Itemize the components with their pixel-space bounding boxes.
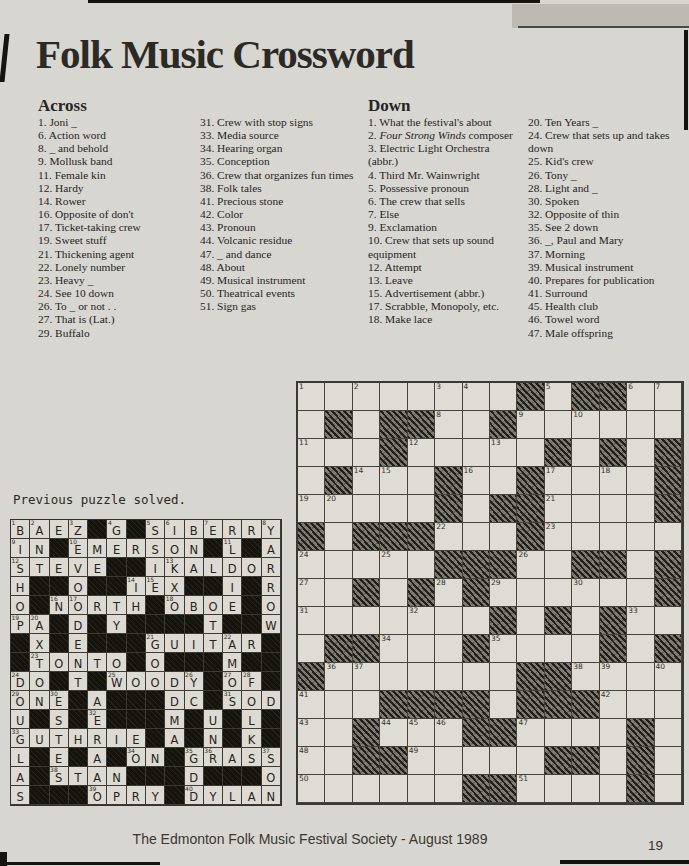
- grid-cell[interactable]: 14: [353, 467, 380, 495]
- grid-cell[interactable]: [490, 747, 517, 775]
- grid-cell[interactable]: [325, 523, 352, 551]
- grid-cell: D: [185, 767, 204, 786]
- grid-cell[interactable]: 32: [408, 607, 435, 635]
- grid-cell[interactable]: 31: [298, 607, 325, 635]
- grid-cell[interactable]: 12: [408, 439, 435, 467]
- grid-cell[interactable]: 49: [408, 747, 435, 775]
- cell-letter: K: [248, 734, 256, 747]
- black-cell: [655, 439, 682, 467]
- cell-letter: N: [35, 544, 44, 557]
- black-cell: [50, 539, 69, 558]
- grid-cell[interactable]: 10: [572, 411, 599, 439]
- grid-cell[interactable]: 43: [298, 719, 325, 747]
- grid-cell[interactable]: [380, 607, 407, 635]
- grid-cell: 6I: [165, 520, 184, 539]
- grid-cell[interactable]: [353, 495, 380, 523]
- grid-cell[interactable]: [298, 411, 325, 439]
- grid-cell[interactable]: [490, 691, 517, 719]
- black-cell: [490, 607, 517, 635]
- grid-cell: E: [107, 539, 126, 558]
- grid-cell: P: [107, 786, 126, 805]
- grid-cell: 12S: [11, 558, 30, 577]
- grid-cell[interactable]: 41: [298, 691, 325, 719]
- grid-cell[interactable]: 11: [298, 439, 325, 467]
- grid-cell[interactable]: [325, 691, 352, 719]
- cell-letter: O: [151, 658, 160, 671]
- grid-cell[interactable]: 44: [380, 719, 407, 747]
- grid-cell: 39O: [88, 786, 107, 805]
- black-cell: [435, 691, 462, 719]
- cell-letter: O: [73, 582, 82, 595]
- black-cell: [517, 663, 544, 691]
- cell-number: 46: [436, 719, 446, 727]
- grid-cell[interactable]: 34: [380, 635, 407, 663]
- grid-cell: T: [69, 672, 88, 691]
- grid-cell[interactable]: [325, 607, 352, 635]
- grid-cell[interactable]: [408, 495, 435, 523]
- black-cell: [165, 653, 184, 672]
- cell-letter: N: [35, 696, 44, 709]
- cell-number: 21: [147, 634, 155, 640]
- grid-cell[interactable]: 51: [517, 775, 544, 803]
- cell-letter: A: [190, 563, 198, 576]
- grid-cell[interactable]: [325, 439, 352, 467]
- grid-cell[interactable]: [572, 775, 599, 803]
- grid-cell[interactable]: [545, 551, 572, 579]
- grid-cell[interactable]: [325, 775, 352, 803]
- grid-cell[interactable]: [380, 663, 407, 691]
- grid-cell[interactable]: [435, 635, 462, 663]
- grid-cell[interactable]: 42: [600, 691, 627, 719]
- grid-cell[interactable]: [545, 719, 572, 747]
- cell-number: 36: [326, 663, 336, 671]
- grid-cell[interactable]: [298, 635, 325, 663]
- grid-cell[interactable]: [490, 663, 517, 691]
- grid-cell[interactable]: [408, 551, 435, 579]
- grid-cell[interactable]: [572, 719, 599, 747]
- grid-cell: N: [69, 653, 88, 672]
- grid-cell[interactable]: [600, 523, 627, 551]
- black-cell: [262, 672, 281, 691]
- grid-cell: O: [242, 691, 261, 710]
- cell-letter: D: [189, 791, 198, 804]
- grid-cell[interactable]: [380, 495, 407, 523]
- clue-item: 11. Female kin: [38, 169, 196, 182]
- grid-cell[interactable]: 24: [298, 551, 325, 579]
- grid-cell[interactable]: [545, 635, 572, 663]
- grid-cell[interactable]: [325, 747, 352, 775]
- grid-cell: T: [69, 767, 88, 786]
- cell-letter: S: [229, 696, 236, 709]
- grid-cell[interactable]: [325, 551, 352, 579]
- grid-cell[interactable]: 46: [435, 719, 462, 747]
- grid-cell: 26Y: [185, 672, 204, 691]
- cell-letter: G: [16, 734, 25, 747]
- black-cell: [517, 495, 544, 523]
- grid-cell[interactable]: [572, 607, 599, 635]
- clue-item: 29. Buffalo: [38, 327, 196, 340]
- grid-cell[interactable]: 1: [298, 383, 325, 411]
- grid-cell[interactable]: [517, 439, 544, 467]
- grid-cell[interactable]: [627, 439, 654, 467]
- down-clues-column-2: 20. Ten Years _24. Crew that sets up and…: [528, 116, 684, 340]
- grid-cell[interactable]: [380, 579, 407, 607]
- grid-cell[interactable]: 6: [627, 383, 654, 411]
- grid-cell[interactable]: [380, 775, 407, 803]
- black-cell: [223, 767, 242, 786]
- grid-cell[interactable]: [463, 607, 490, 635]
- grid-cell[interactable]: [353, 439, 380, 467]
- grid-cell[interactable]: [490, 523, 517, 551]
- clue-item: 43. Pronoun: [200, 221, 362, 234]
- cell-number: 19: [12, 615, 20, 621]
- black-cell: [380, 411, 407, 439]
- grid-cell[interactable]: [435, 439, 462, 467]
- cell-letter: O: [16, 601, 25, 614]
- grid-cell[interactable]: 36: [325, 663, 352, 691]
- clue-item: 9. Exclamation: [368, 221, 520, 234]
- black-cell: [353, 523, 380, 551]
- grid-cell[interactable]: [325, 719, 352, 747]
- grid-cell[interactable]: 19: [298, 495, 325, 523]
- grid-cell: R: [262, 577, 281, 596]
- clue-item: 28. Light and _: [528, 182, 684, 195]
- grid-cell[interactable]: [463, 439, 490, 467]
- grid-cell[interactable]: 15: [380, 467, 407, 495]
- grid-cell: H: [127, 596, 146, 615]
- grid-cell[interactable]: [435, 607, 462, 635]
- grid-cell: R: [127, 786, 146, 805]
- grid-cell[interactable]: 9: [517, 411, 544, 439]
- clue-item: 48. About: [200, 261, 362, 274]
- black-cell: [88, 577, 107, 596]
- grid-cell[interactable]: [655, 523, 682, 551]
- grid-cell[interactable]: [600, 495, 627, 523]
- grid-cell[interactable]: [408, 467, 435, 495]
- cell-letter: A: [35, 620, 43, 633]
- grid-cell[interactable]: 38: [572, 663, 599, 691]
- black-cell: [242, 653, 261, 672]
- grid-cell: 32E: [88, 710, 107, 729]
- black-cell: [353, 579, 380, 607]
- grid-cell[interactable]: 29: [490, 579, 517, 607]
- cell-letter: E: [209, 525, 216, 538]
- cell-letter: E: [94, 715, 101, 728]
- cell-letter: G: [112, 525, 121, 538]
- clue-item: 1. What the festival's about: [368, 116, 520, 129]
- grid-cell[interactable]: [627, 691, 654, 719]
- grid-cell[interactable]: 5: [545, 383, 572, 411]
- grid-cell[interactable]: [655, 607, 682, 635]
- grid-cell[interactable]: [627, 523, 654, 551]
- black-cell: [30, 596, 49, 615]
- grid-cell[interactable]: [380, 383, 407, 411]
- black-cell: [223, 729, 242, 748]
- grid-cell: X: [165, 577, 184, 596]
- cell-letter: L: [210, 563, 216, 576]
- cell-letter: Y: [267, 525, 274, 538]
- cell-letter: R: [132, 791, 140, 804]
- grid-cell: O: [146, 672, 165, 691]
- grid-cell[interactable]: 7: [655, 383, 682, 411]
- grid-cell[interactable]: [655, 775, 682, 803]
- grid-cell: R: [242, 520, 261, 539]
- grid-cell[interactable]: 47: [517, 719, 544, 747]
- cell-letter: I: [192, 639, 195, 652]
- grid-cell[interactable]: 26: [517, 551, 544, 579]
- grid-cell[interactable]: 40: [655, 663, 682, 691]
- grid-cell[interactable]: [600, 411, 627, 439]
- cell-letter: R: [248, 525, 256, 538]
- grid-cell[interactable]: [600, 775, 627, 803]
- clue-item: 36. _, Paul and Mary: [528, 234, 684, 247]
- cell-number: 45: [409, 719, 419, 727]
- black-cell: [325, 411, 352, 439]
- black-cell: [127, 634, 146, 653]
- grid-cell: E: [69, 634, 88, 653]
- grid-cell[interactable]: [353, 607, 380, 635]
- black-cell: [107, 577, 126, 596]
- grid-cell[interactable]: [517, 747, 544, 775]
- clue-item: 44. Volcanic residue: [200, 234, 362, 247]
- cell-number: 18: [601, 467, 611, 475]
- grid-cell[interactable]: 3: [435, 383, 462, 411]
- grid-cell[interactable]: 20: [325, 495, 352, 523]
- grid-cell[interactable]: 37: [353, 663, 380, 691]
- grid-cell[interactable]: [408, 775, 435, 803]
- grid-cell: 16N: [50, 596, 69, 615]
- grid-cell: S: [242, 748, 261, 767]
- clue-item: 50. Theatrical events: [200, 287, 362, 300]
- grid-cell[interactable]: 48: [298, 747, 325, 775]
- grid-cell[interactable]: [325, 579, 352, 607]
- grid-cell[interactable]: [325, 383, 352, 411]
- grid-cell: A: [88, 748, 107, 767]
- grid-cell[interactable]: 4: [463, 383, 490, 411]
- cell-letter: R: [248, 639, 256, 652]
- grid-cell: R: [88, 729, 107, 748]
- cell-letter: O: [266, 601, 275, 614]
- grid-cell[interactable]: [627, 663, 654, 691]
- grid-cell[interactable]: [490, 467, 517, 495]
- grid-cell[interactable]: [408, 635, 435, 663]
- grid-cell: 13K: [165, 558, 184, 577]
- grid-cell[interactable]: [572, 523, 599, 551]
- grid-cell[interactable]: 33: [627, 607, 654, 635]
- grid-cell[interactable]: [463, 663, 490, 691]
- cell-letter: E: [55, 525, 62, 538]
- grid-cell[interactable]: [627, 579, 654, 607]
- grid-cell: D: [262, 691, 281, 710]
- grid-cell[interactable]: [408, 383, 435, 411]
- black-cell: [50, 786, 69, 805]
- grid-cell[interactable]: [435, 775, 462, 803]
- cell-letter: O: [35, 677, 44, 690]
- grid-cell: A: [88, 691, 107, 710]
- black-cell: [435, 467, 462, 495]
- black-cell: [600, 635, 627, 663]
- black-cell: [435, 551, 462, 579]
- grid-cell[interactable]: [627, 635, 654, 663]
- grid-cell: 22A: [223, 634, 242, 653]
- cell-letter: H: [74, 734, 83, 747]
- grid-cell[interactable]: 13: [490, 439, 517, 467]
- clue-item: 27. That is (Lat.): [38, 313, 196, 326]
- grid-cell[interactable]: [517, 607, 544, 635]
- grid-cell[interactable]: [463, 411, 490, 439]
- cell-number: 11: [224, 539, 232, 545]
- cell-letter: T: [209, 639, 216, 652]
- cell-letter: S: [267, 753, 274, 766]
- grid-cell[interactable]: 2: [353, 383, 380, 411]
- cell-number: 35: [491, 635, 501, 643]
- black-cell: [11, 634, 30, 653]
- cell-number: 12: [409, 439, 419, 447]
- grid-cell[interactable]: [353, 411, 380, 439]
- cell-letter: E: [113, 544, 120, 557]
- previous-puzzle-label: Previous puzzle solved.: [13, 492, 186, 507]
- cell-letter: N: [151, 753, 160, 766]
- cell-letter: L: [229, 544, 235, 557]
- clue-item: 25. Kid's crew: [528, 155, 684, 168]
- cell-letter: V: [74, 563, 82, 576]
- grid-cell[interactable]: 18: [600, 467, 627, 495]
- grid-cell[interactable]: [627, 551, 654, 579]
- grid-cell[interactable]: [298, 467, 325, 495]
- grid-cell[interactable]: 23: [545, 523, 572, 551]
- cell-letter: G: [151, 639, 160, 652]
- grid-cell[interactable]: [572, 635, 599, 663]
- grid-cell[interactable]: [353, 551, 380, 579]
- grid-cell[interactable]: [627, 411, 654, 439]
- cell-letter: T: [94, 658, 101, 671]
- cell-letter: U: [16, 715, 24, 728]
- grid-cell[interactable]: 28: [435, 579, 462, 607]
- grid-cell[interactable]: 27: [298, 579, 325, 607]
- cell-number: 4: [108, 520, 112, 526]
- cell-number: 23: [546, 523, 556, 531]
- grid-cell[interactable]: [600, 719, 627, 747]
- grid-cell: E: [50, 520, 69, 539]
- cell-number: 9: [12, 539, 16, 545]
- cell-number: 10: [573, 411, 583, 419]
- cell-number: 28: [243, 672, 251, 678]
- grid-cell[interactable]: [463, 523, 490, 551]
- grid-cell[interactable]: 17: [545, 467, 572, 495]
- cell-number: 51: [518, 775, 528, 783]
- grid-cell[interactable]: 30: [572, 579, 599, 607]
- grid-cell[interactable]: [545, 775, 572, 803]
- clue-item: 41. Surround: [528, 287, 684, 300]
- grid-cell[interactable]: 50: [298, 775, 325, 803]
- cell-letter: E: [55, 563, 62, 576]
- photocopy-top-right-line: [518, 26, 689, 28]
- cell-letter: X: [35, 639, 43, 652]
- grid-cell[interactable]: [463, 747, 490, 775]
- grid-cell[interactable]: [353, 691, 380, 719]
- cell-letter: M: [92, 544, 102, 557]
- black-cell: [380, 523, 407, 551]
- grid-cell[interactable]: [655, 747, 682, 775]
- grid-cell: R: [223, 520, 242, 539]
- cell-number: 36: [204, 748, 212, 754]
- grid-cell[interactable]: [572, 495, 599, 523]
- grid-cell[interactable]: [435, 747, 462, 775]
- cell-letter: O: [266, 772, 275, 785]
- black-cell: [127, 767, 146, 786]
- black-cell: [545, 607, 572, 635]
- grid-cell[interactable]: [545, 579, 572, 607]
- cell-number: 30: [573, 579, 583, 587]
- black-cell: [88, 520, 107, 539]
- cell-number: 6: [166, 520, 170, 526]
- grid-cell: N: [185, 539, 204, 558]
- grid-cell[interactable]: [463, 495, 490, 523]
- clue-item: 18. Make lace: [368, 313, 520, 326]
- grid-cell[interactable]: [517, 579, 544, 607]
- grid-cell[interactable]: [517, 635, 544, 663]
- grid-cell[interactable]: [490, 383, 517, 411]
- grid-cell[interactable]: [353, 775, 380, 803]
- grid-cell[interactable]: 22: [435, 523, 462, 551]
- grid-cell[interactable]: [572, 467, 599, 495]
- grid-cell: I: [185, 634, 204, 653]
- black-cell: [408, 411, 435, 439]
- grid-cell[interactable]: 21: [545, 495, 572, 523]
- black-cell: [627, 719, 654, 747]
- grid-cell: S: [50, 710, 69, 729]
- grid-cell[interactable]: [627, 495, 654, 523]
- grid-cell[interactable]: 25: [380, 551, 407, 579]
- grid-cell[interactable]: [655, 719, 682, 747]
- grid-cell[interactable]: [655, 411, 682, 439]
- grid-cell[interactable]: 16: [463, 467, 490, 495]
- cell-letter: T: [55, 734, 62, 747]
- grid-cell[interactable]: [627, 467, 654, 495]
- grid-cell: 29O: [11, 691, 30, 710]
- cell-letter: R: [228, 525, 236, 538]
- grid-cell: H: [11, 577, 30, 596]
- grid-cell: 10E: [69, 539, 88, 558]
- grid-cell[interactable]: 45: [408, 719, 435, 747]
- grid-cell[interactable]: [545, 411, 572, 439]
- grid-cell: 15E: [146, 577, 165, 596]
- black-cell: [325, 467, 352, 495]
- grid-cell[interactable]: [435, 663, 462, 691]
- cell-letter: O: [112, 658, 121, 671]
- black-cell: [463, 579, 490, 607]
- grid-cell: N: [204, 729, 223, 748]
- black-cell: [242, 539, 261, 558]
- grid-cell[interactable]: [655, 691, 682, 719]
- grid-cell: T: [50, 729, 69, 748]
- cell-letter: Y: [190, 677, 197, 690]
- cell-letter: L: [17, 753, 23, 766]
- grid-cell[interactable]: 39: [600, 663, 627, 691]
- black-cell: [353, 635, 380, 663]
- cell-letter: T: [74, 677, 81, 690]
- grid-cell[interactable]: 8: [435, 411, 462, 439]
- black-cell: [146, 615, 165, 634]
- cell-letter: O: [131, 677, 140, 690]
- grid-cell[interactable]: [600, 747, 627, 775]
- grid-cell[interactable]: 35: [490, 635, 517, 663]
- clue-item: 35. See 2 down: [528, 221, 684, 234]
- grid-cell[interactable]: [408, 663, 435, 691]
- grid-cell[interactable]: [572, 439, 599, 467]
- grid-cell[interactable]: [600, 579, 627, 607]
- cell-letter: C: [190, 696, 198, 709]
